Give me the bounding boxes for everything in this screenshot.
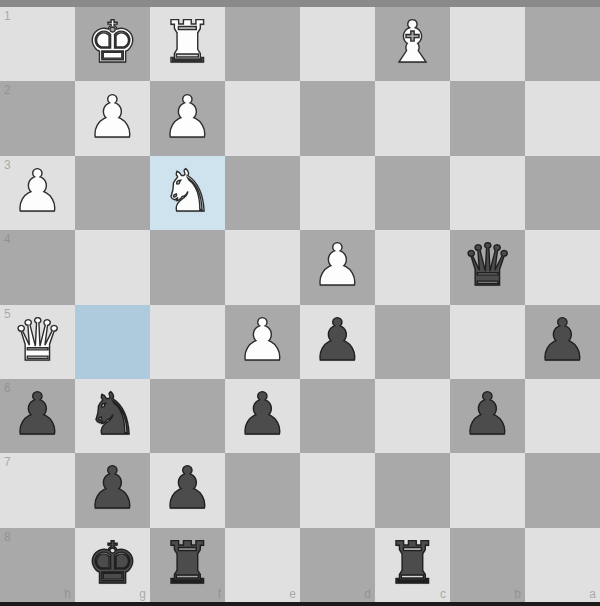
file-label-c: c [440,588,446,600]
square-f3[interactable]: ♞ [150,156,225,230]
square-d6[interactable] [300,379,375,453]
square-a1[interactable] [525,7,600,81]
black-pawn[interactable]: ♟ [87,459,139,517]
square-c3[interactable] [375,156,450,230]
square-a6[interactable] [525,379,600,453]
square-h8[interactable]: 8h [0,528,75,602]
square-c6[interactable] [375,379,450,453]
black-rook[interactable]: ♜ [162,534,214,592]
white-pawn[interactable]: ♟ [162,88,214,146]
white-pawn[interactable]: ♟ [237,311,289,369]
square-e8[interactable]: e [225,528,300,602]
square-g2[interactable]: ♟ [75,81,150,155]
square-h6[interactable]: 6♟ [0,379,75,453]
file-label-g: g [139,588,146,600]
square-f8[interactable]: f♜ [150,528,225,602]
square-c7[interactable] [375,453,450,527]
square-b7[interactable] [450,453,525,527]
square-b8[interactable]: b [450,528,525,602]
square-e6[interactable]: ♟ [225,379,300,453]
square-b2[interactable] [450,81,525,155]
rank-label-7: 7 [4,456,11,468]
square-d5[interactable]: ♟ [300,305,375,379]
file-label-h: h [64,588,71,600]
black-knight[interactable]: ♞ [87,385,139,443]
file-label-b: b [514,588,521,600]
square-c1[interactable]: ♝ [375,7,450,81]
square-e4[interactable] [225,230,300,304]
white-bishop[interactable]: ♝ [387,13,439,71]
square-g7[interactable]: ♟ [75,453,150,527]
square-e1[interactable] [225,7,300,81]
rank-label-3: 3 [4,159,11,171]
black-pawn[interactable]: ♟ [237,385,289,443]
white-king[interactable]: ♚ [87,13,139,71]
black-pawn[interactable]: ♟ [312,311,364,369]
square-f1[interactable]: ♜ [150,7,225,81]
square-b6[interactable]: ♟ [450,379,525,453]
square-f7[interactable]: ♟ [150,453,225,527]
square-a7[interactable] [525,453,600,527]
square-a3[interactable] [525,156,600,230]
square-c2[interactable] [375,81,450,155]
chess-board: 1♚♜♝2♟♟3♟♞4♟♛5♛♟♟♟6♟♞♟♟7♟♟8hg♚f♜edc♜ba [0,7,600,602]
square-h4[interactable]: 4 [0,230,75,304]
square-f6[interactable] [150,379,225,453]
square-a8[interactable]: a [525,528,600,602]
square-b3[interactable] [450,156,525,230]
square-g1[interactable]: ♚ [75,7,150,81]
rank-label-8: 8 [4,531,11,543]
chess-app-screen: 1♚♜♝2♟♟3♟♞4♟♛5♛♟♟♟6♟♞♟♟7♟♟8hg♚f♜edc♜ba [0,0,600,606]
square-h5[interactable]: 5♛ [0,305,75,379]
square-c5[interactable] [375,305,450,379]
square-a5[interactable]: ♟ [525,305,600,379]
square-b4[interactable]: ♛ [450,230,525,304]
rank-label-6: 6 [4,382,11,394]
square-g3[interactable] [75,156,150,230]
square-c8[interactable]: c♜ [375,528,450,602]
file-label-a: a [589,588,596,600]
square-d2[interactable] [300,81,375,155]
black-king[interactable]: ♚ [87,534,139,592]
square-h7[interactable]: 7 [0,453,75,527]
square-e2[interactable] [225,81,300,155]
square-f2[interactable]: ♟ [150,81,225,155]
square-g5[interactable] [75,305,150,379]
white-pawn[interactable]: ♟ [12,162,64,220]
square-d8[interactable]: d [300,528,375,602]
white-queen[interactable]: ♛ [12,311,64,369]
square-g6[interactable]: ♞ [75,379,150,453]
square-a2[interactable] [525,81,600,155]
black-pawn[interactable]: ♟ [162,459,214,517]
white-rook[interactable]: ♜ [162,13,214,71]
white-pawn[interactable]: ♟ [87,88,139,146]
square-d1[interactable] [300,7,375,81]
square-c4[interactable] [375,230,450,304]
white-pawn[interactable]: ♟ [312,236,364,294]
black-pawn[interactable]: ♟ [537,311,589,369]
file-label-e: e [289,588,296,600]
square-g4[interactable] [75,230,150,304]
bottom-strip [0,602,600,606]
square-f4[interactable] [150,230,225,304]
square-a4[interactable] [525,230,600,304]
black-pawn[interactable]: ♟ [462,385,514,443]
rank-label-2: 2 [4,84,11,96]
square-h2[interactable]: 2 [0,81,75,155]
file-label-d: d [364,588,371,600]
black-pawn[interactable]: ♟ [12,385,64,443]
square-d3[interactable] [300,156,375,230]
rank-label-4: 4 [4,233,11,245]
square-f5[interactable] [150,305,225,379]
square-e7[interactable] [225,453,300,527]
square-e5[interactable]: ♟ [225,305,300,379]
square-d7[interactable] [300,453,375,527]
square-b1[interactable] [450,7,525,81]
file-label-f: f [218,588,221,600]
black-queen[interactable]: ♛ [462,236,514,294]
square-d4[interactable]: ♟ [300,230,375,304]
square-h3[interactable]: 3♟ [0,156,75,230]
square-e3[interactable] [225,156,300,230]
top-strip [0,0,600,7]
square-b5[interactable] [450,305,525,379]
white-knight[interactable]: ♞ [162,162,214,220]
black-rook[interactable]: ♜ [387,534,439,592]
square-h1[interactable]: 1 [0,7,75,81]
square-g8[interactable]: g♚ [75,528,150,602]
rank-label-5: 5 [4,308,11,320]
rank-label-1: 1 [4,10,11,22]
